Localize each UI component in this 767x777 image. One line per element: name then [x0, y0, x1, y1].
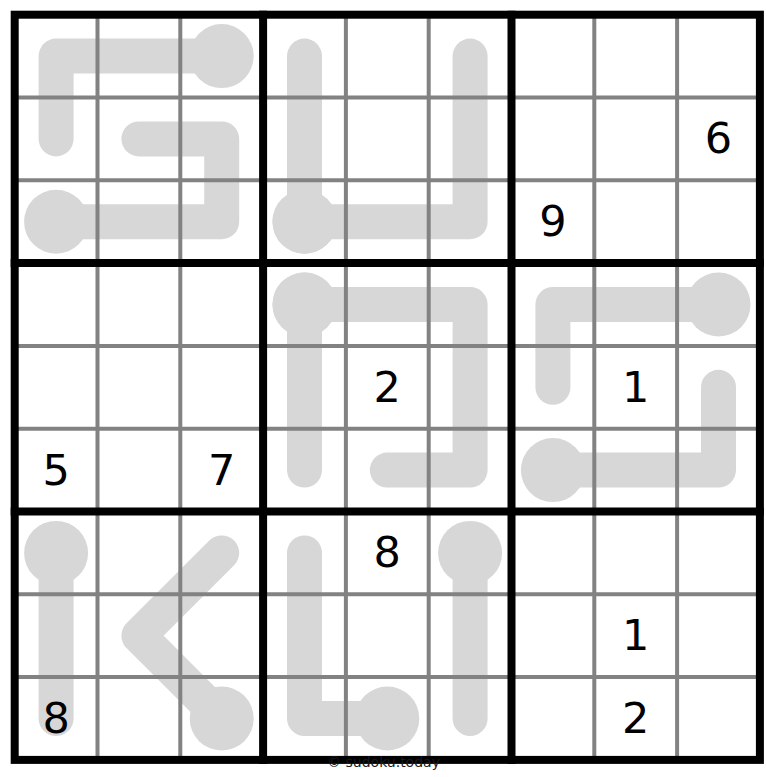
cell-r6c8[interactable] — [594, 429, 677, 512]
cell-r7c5[interactable]: 8 — [346, 512, 429, 595]
cell-r4c6[interactable] — [429, 263, 512, 346]
cell-r5c6[interactable] — [429, 346, 512, 429]
cell-r8c4[interactable] — [263, 594, 346, 677]
cell-r7c7[interactable] — [512, 512, 595, 595]
cell-r9c3[interactable] — [180, 677, 263, 760]
cell-r4c7[interactable] — [512, 263, 595, 346]
cell-r1c7[interactable] — [512, 15, 595, 98]
cell-r7c1[interactable] — [15, 512, 98, 595]
cell-r7c4[interactable] — [263, 512, 346, 595]
cell-r6c3[interactable]: 7 — [180, 429, 263, 512]
sudoku-grid: 6921578182 — [0, 0, 767, 777]
cell-r6c2[interactable] — [98, 429, 181, 512]
cell-r6c6[interactable] — [429, 429, 512, 512]
cell-r2c5[interactable] — [346, 98, 429, 181]
cell-r7c3[interactable] — [180, 512, 263, 595]
cell-r2c4[interactable] — [263, 98, 346, 181]
cell-r6c7[interactable] — [512, 429, 595, 512]
cell-r9c8[interactable]: 2 — [594, 677, 677, 760]
cell-r9c4[interactable] — [263, 677, 346, 760]
cell-r1c6[interactable] — [429, 15, 512, 98]
cell-r5c1[interactable] — [15, 346, 98, 429]
cell-r9c2[interactable] — [98, 677, 181, 760]
cell-r1c8[interactable] — [594, 15, 677, 98]
cell-r2c2[interactable] — [98, 98, 181, 181]
cell-r3c2[interactable] — [98, 180, 181, 263]
cell-r6c5[interactable] — [346, 429, 429, 512]
footer-text: © sudoku.today — [327, 754, 440, 770]
cell-r8c8[interactable]: 1 — [594, 594, 677, 677]
cell-r4c4[interactable] — [263, 263, 346, 346]
cell-r1c3[interactable] — [180, 15, 263, 98]
cell-r4c2[interactable] — [98, 263, 181, 346]
cell-r9c5[interactable] — [346, 677, 429, 760]
cell-r5c4[interactable] — [263, 346, 346, 429]
cell-r3c9[interactable] — [677, 180, 760, 263]
cell-r6c1[interactable]: 5 — [15, 429, 98, 512]
cell-r7c9[interactable] — [677, 512, 760, 595]
cell-r8c7[interactable] — [512, 594, 595, 677]
cell-r4c3[interactable] — [180, 263, 263, 346]
cell-r8c2[interactable] — [98, 594, 181, 677]
cell-r3c7[interactable]: 9 — [512, 180, 595, 263]
cell-r4c8[interactable] — [594, 263, 677, 346]
cell-r3c5[interactable] — [346, 180, 429, 263]
cell-r8c5[interactable] — [346, 594, 429, 677]
cell-r9c1[interactable]: 8 — [15, 677, 98, 760]
cell-r3c4[interactable] — [263, 180, 346, 263]
cell-r9c7[interactable] — [512, 677, 595, 760]
cell-r8c9[interactable] — [677, 594, 760, 677]
cell-r1c9[interactable] — [677, 15, 760, 98]
cell-r1c2[interactable] — [98, 15, 181, 98]
cell-r2c3[interactable] — [180, 98, 263, 181]
cell-r5c5[interactable]: 2 — [346, 346, 429, 429]
cell-r4c9[interactable] — [677, 263, 760, 346]
cell-r2c8[interactable] — [594, 98, 677, 181]
cell-r1c5[interactable] — [346, 15, 429, 98]
cell-r5c9[interactable] — [677, 346, 760, 429]
cell-r5c2[interactable] — [98, 346, 181, 429]
cell-r1c4[interactable] — [263, 15, 346, 98]
cell-r8c6[interactable] — [429, 594, 512, 677]
cell-r2c9[interactable]: 6 — [677, 98, 760, 181]
cell-r4c1[interactable] — [15, 263, 98, 346]
cell-r5c7[interactable] — [512, 346, 595, 429]
thermo-sudoku-page: 6921578182 © sudoku.today — [0, 0, 767, 777]
cell-r9c9[interactable] — [677, 677, 760, 760]
cell-r3c8[interactable] — [594, 180, 677, 263]
cell-r1c1[interactable] — [15, 15, 98, 98]
cell-r5c8[interactable]: 1 — [594, 346, 677, 429]
cell-r3c1[interactable] — [15, 180, 98, 263]
cell-r7c8[interactable] — [594, 512, 677, 595]
cell-r6c4[interactable] — [263, 429, 346, 512]
cell-r3c3[interactable] — [180, 180, 263, 263]
copyright-footer: © sudoku.today — [0, 754, 767, 771]
cell-r3c6[interactable] — [429, 180, 512, 263]
cell-r8c3[interactable] — [180, 594, 263, 677]
cell-r8c1[interactable] — [15, 594, 98, 677]
cell-r7c2[interactable] — [98, 512, 181, 595]
cell-r4c5[interactable] — [346, 263, 429, 346]
cell-r6c9[interactable] — [677, 429, 760, 512]
cell-r7c6[interactable] — [429, 512, 512, 595]
cell-r2c6[interactable] — [429, 98, 512, 181]
cell-r2c7[interactable] — [512, 98, 595, 181]
cell-r2c1[interactable] — [15, 98, 98, 181]
cell-r5c3[interactable] — [180, 346, 263, 429]
cell-r9c6[interactable] — [429, 677, 512, 760]
